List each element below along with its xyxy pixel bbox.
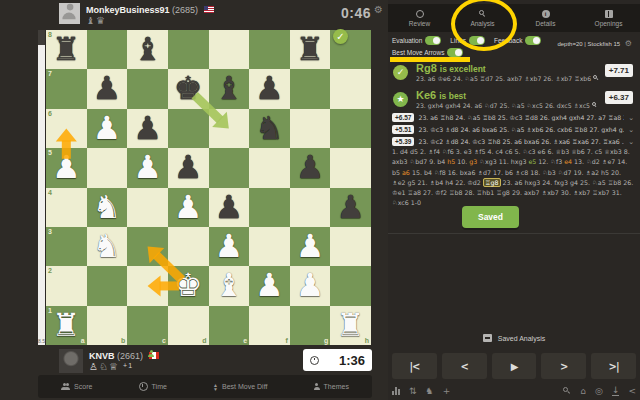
file-label: h [365,337,369,344]
square-g6[interactable] [290,109,331,148]
white-pawn[interactable]: ♟ [290,227,331,266]
square-e5[interactable] [209,148,250,187]
black-bishop[interactable]: ♝ [127,30,168,69]
file-label: c [162,337,166,344]
review-bottom-bar: Score Time ▲▼ Best Move Diff Themes [38,375,372,398]
tab-analysis[interactable]: Analysis [451,4,514,32]
online-status-icon [148,350,154,357]
next-move-button[interactable]: > [541,353,586,379]
black-pawn[interactable]: ♟ [290,148,331,187]
square-d7[interactable]: ♚ [168,69,209,108]
square-a1[interactable]: 1a♜ [46,306,87,345]
best-move-verdict: is best [439,91,466,101]
avatar-bottom-player[interactable] [59,349,83,373]
square-h6[interactable] [330,109,371,148]
square-h7[interactable] [330,69,371,108]
evaluation-bar-black [38,30,45,45]
file-label: a [81,337,85,344]
share-icon[interactable]: < [628,386,636,396]
square-e1[interactable]: e [209,306,250,345]
square-h3[interactable] [330,227,371,266]
white-pawn[interactable]: ♟ [87,109,128,148]
white-knight[interactable]: ♞ [87,188,128,227]
clock-icon [139,382,148,391]
up-down-icon: ▲▼ [213,383,218,391]
black-pawn[interactable]: ♟ [249,69,290,108]
rank-label: 5 [48,149,52,156]
white-pawn[interactable]: ♟ [168,188,209,227]
square-d8[interactable] [168,30,209,69]
square-g2[interactable]: ♟ [290,266,331,305]
feedback-toggle-label: Feedback [494,37,523,44]
square-f1[interactable]: f [249,306,290,345]
time-button[interactable]: Time [139,382,167,391]
square-d6[interactable] [168,109,209,148]
top-player-captured-pieces: ♝♛ [86,15,106,26]
file-label: b [121,337,125,344]
square-d4[interactable]: ♟ [168,188,209,227]
white-bishop[interactable]: ♝ [209,266,250,305]
people-icon [61,383,70,390]
evaluation-toggle[interactable] [425,36,441,45]
info-icon: i [542,10,550,18]
rank-label: 3 [48,228,52,235]
score-button[interactable]: Score [61,383,92,390]
square-c3[interactable] [127,227,168,266]
engine-line-3[interactable]: +5.39 23. ♔c2 ♗d8 24. ♔c3 ♖h8 25. a6 bxa… [392,136,636,147]
panel-tab-bar: Review Analysis i Details Openings [388,4,640,32]
engine-line-1-eval: +6.57 [392,113,414,122]
time-label: Time [152,383,167,390]
played-move-san: Rg8 [416,62,437,74]
saved-analysis-label: Saved Analysis [498,335,545,342]
square-h5[interactable] [330,148,371,187]
tab-review-label: Review [409,20,430,27]
captured-glyphs: ♙♘♕ [89,361,119,372]
move-navigation-bar: |< < ▶ > >| [392,353,636,379]
black-pawn[interactable]: ♟ [127,109,168,148]
best-move-arrows-toggle[interactable] [447,48,463,57]
square-h2[interactable] [330,266,371,305]
white-king[interactable]: ♚ [168,266,209,305]
bottom-player-captured-pieces: ♙♘♕ +1 [89,361,133,372]
square-g7[interactable] [290,69,331,108]
evaluation-value: 8.5 [38,338,45,344]
chess-analysis-app: 8.5 8♜♝♜7♟♚♝♟6♟♟♞5♟♟♟♟4♞♟♟♟3♞♟♟2♚♝♟♟1a♜b… [0,0,640,400]
square-c6[interactable]: ♟ [127,109,168,148]
game-move-list[interactable]: 1. d4 d5 2. ♗f4 ♘f6 3. e3 ♗f5 4. c4 c6 5… [392,147,636,201]
panel-divider [388,233,640,234]
engine-line-2-eval: +5.51 [392,125,414,134]
rank-label: 7 [48,70,52,77]
black-pawn[interactable]: ♟ [87,69,128,108]
engine-depth-label: depth=20 | Stockfish 15 ⚙ [557,39,632,48]
rank-label: 1 [48,307,52,314]
book-icon [605,10,613,18]
record-icon[interactable]: ◎ [595,386,603,396]
square-a6[interactable]: 6 [46,109,87,148]
square-e6[interactable] [209,109,250,148]
white-pawn[interactable]: ♟ [249,266,290,305]
square-a2[interactable]: 2 [46,266,87,305]
chevron-down-icon[interactable]: ⌄ [628,114,634,122]
analysis-board-icon[interactable]: ⌂ [580,386,586,396]
rank-label: 4 [48,189,52,196]
toggles-row-1: Evaluation Lines Feedback [392,36,541,45]
square-g4[interactable] [290,188,331,227]
black-rook[interactable]: ♜ [290,30,331,69]
star-icon: ★ [393,92,408,107]
ring-icon [416,10,424,18]
played-move-verdict: is excellent [440,64,486,74]
zoom-icon[interactable] [563,387,571,395]
top-player-username: MonkeyBusiness91 [86,5,170,15]
current-move[interactable]: ♖g8 [483,178,501,187]
square-a7[interactable]: 7 [46,69,87,108]
square-h4[interactable]: ♟ [330,188,371,227]
evaluation-toggle-label: Evaluation [392,37,422,44]
square-b3[interactable]: ♞ [87,227,128,266]
square-b7[interactable]: ♟ [87,69,128,108]
white-pawn[interactable]: ♟ [46,148,87,187]
score-label: Score [74,383,92,390]
square-c4[interactable] [127,188,168,227]
white-knight[interactable]: ♞ [87,227,128,266]
engine-line-2[interactable]: +5.51 23. ♔c3 ♗d8 24. a6 bxa6 25. ♘a5 ♗x… [392,124,636,135]
played-move-line: 23. a6 ♔e6 24. ♘a5 ♖d7 25. axb7 ♗xb7 26.… [416,75,591,82]
white-pawn[interactable]: ♟ [127,148,168,187]
tab-details-label: Details [536,20,556,27]
engine-line-3-moves: 23. ♔c2 ♗d8 24. ♔c3 ♖h8 25. a6 bxa6 26. … [418,138,624,145]
go-to-start-button[interactable]: |< [392,353,437,379]
played-move-eval: +7.71 [605,64,633,77]
square-g3[interactable]: ♟ [290,227,331,266]
saved-analysis-link[interactable]: Saved Analysis [388,334,640,342]
themes-button[interactable]: Themes [314,383,349,390]
top-player-name[interactable]: MonkeyBusiness91 (2685) [86,5,214,15]
go-to-end-button[interactable]: >| [591,353,636,379]
chevron-down-icon[interactable]: ⌄ [628,126,634,134]
square-f6[interactable]: ♞ [249,109,290,148]
avatar-silhouette-icon [62,4,75,19]
evaluation-bar: 8.5 [38,30,45,345]
best-move-diff-button[interactable]: ▲▼ Best Move Diff [213,383,267,391]
download-icon[interactable]: ↓ [612,385,620,396]
lines-toggle-label: Lines [450,37,466,44]
black-king[interactable]: ♚ [168,69,209,108]
square-c2[interactable] [127,266,168,305]
bottom-player-username: KNVB [89,351,115,361]
square-d5[interactable]: ♟ [168,148,209,187]
square-a3[interactable]: 3 [46,227,87,266]
magnifier-icon [479,10,487,18]
square-b8[interactable] [87,30,128,69]
square-a4[interactable]: 4 [46,188,87,227]
avatar-top-player[interactable] [59,3,80,24]
square-b5[interactable] [87,148,128,187]
engine-text: depth=20 | Stockfish 15 [557,41,620,47]
square-b2[interactable] [87,266,128,305]
square-c1[interactable]: c [127,306,168,345]
square-h1[interactable]: h♜ [330,306,371,345]
square-b4[interactable]: ♞ [87,188,128,227]
square-f3[interactable] [249,227,290,266]
black-knight[interactable]: ♞ [249,109,290,148]
feedback-toggle[interactable] [525,36,541,45]
rank-label: 6 [48,110,52,117]
magnifier-icon[interactable] [592,102,598,108]
panel-footer-icons: ⇅ ♞ + ⌂ ◎ ↓ < [392,384,636,397]
analysis-extension-panel: Review Analysis i Details Openings Evalu… [388,0,640,400]
top-player-rating: (2685) [172,5,198,15]
magnifier-icon[interactable] [593,75,599,81]
file-label: e [243,337,247,344]
excellent-move-badge thumbs-up-icon: ✓ [333,29,348,44]
white-pawn[interactable]: ♟ [290,266,331,305]
square-e3[interactable]: ♟ [209,227,250,266]
engine-line-2-moves: 23. ♔c3 ♗d8 24. a6 bxa6 25. ♘a5 ♗xb6 26.… [418,126,624,133]
black-pawn[interactable]: ♟ [168,148,209,187]
tab-review[interactable]: Review [388,4,451,32]
rank-label: 8 [48,31,52,38]
square-a5[interactable]: 5♟ [46,148,87,187]
square-d1[interactable]: d [168,306,209,345]
square-f4[interactable] [249,188,290,227]
piece-set-icon[interactable]: ♞ [426,386,434,396]
person-icon [314,383,320,390]
file-label: g [324,337,328,344]
bar-chart-icon[interactable] [392,387,400,395]
saved-button[interactable]: Saved [462,206,519,228]
previous-move-button[interactable]: < [442,353,487,379]
black-pawn[interactable]: ♟ [330,188,371,227]
square-b1[interactable]: b [87,306,128,345]
chess-board: 8♜♝♜7♟♚♝♟6♟♟♞5♟♟♟♟4♞♟♟♟3♞♟♟2♚♝♟♟1a♜bcdef… [46,30,371,345]
engine-line-1[interactable]: +6.57 23. a6 ♖h8 24. ♘a5 ♖b8 25. ♔c3 ♖d8… [392,112,636,123]
material-advantage: +1 [123,362,133,369]
best-move-san: Ke6 [416,89,436,101]
best-move-diff-label: Best Move Diff [222,383,267,390]
square-g1[interactable]: g [290,306,331,345]
best-move-line: 23. gxh4 gxh4 24. a6 ♘d7 25. ♘a5 ♘xc5 26… [416,102,590,109]
engine-line-3-eval: +5.39 [392,137,414,146]
thumbs-up-icon: ✓ [393,65,408,80]
best-move-arrows-toggle-label: Best Move Arrows [392,49,444,56]
engine-settings-gear-icon[interactable]: ⚙ [625,39,632,48]
square-a8[interactable]: 8♜ [46,30,87,69]
square-e7[interactable]: ♝ [209,69,250,108]
black-rook[interactable]: ♜ [46,30,87,69]
square-e2[interactable]: ♝ [209,266,250,305]
autoplay-button[interactable]: ▶ [492,353,537,379]
clock-icon [310,356,319,365]
lines-toggle[interactable] [469,36,485,45]
square-c7[interactable] [127,69,168,108]
square-f7[interactable]: ♟ [249,69,290,108]
archive-box-icon [483,334,492,342]
bottom-clock-time: 1:36 [339,353,365,368]
rank-label: 2 [48,267,52,274]
tab-openings-label: Openings [595,20,623,27]
chevron-down-icon[interactable]: ⌄ [628,138,634,146]
file-label: d [202,337,206,344]
themes-label: Themes [324,383,349,390]
square-g5[interactable]: ♟ [290,148,331,187]
engine-line-1-moves: 23. a6 ♖h8 24. ♘a5 ♖b8 25. ♔c3 ♖d8 26. g… [418,114,624,121]
square-d3[interactable] [168,227,209,266]
tab-details[interactable]: i Details [514,4,577,32]
white-pawn[interactable]: ♟ [209,227,250,266]
bottom-player-rating: (2661) [117,351,143,361]
feedback-row-played-move[interactable]: ✓ Rg8 is excellent 23. a6 ♔e6 24. ♘a5 ♖d… [392,62,636,88]
square-e4[interactable]: ♟ [209,188,250,227]
square-c5[interactable]: ♟ [127,148,168,187]
square-c8[interactable]: ♝ [127,30,168,69]
square-d2[interactable]: ♚ [168,266,209,305]
square-f5[interactable] [249,148,290,187]
black-bishop[interactable]: ♝ [209,69,250,108]
best-move-eval: +6.37 [605,91,633,104]
flip-board-icon[interactable]: ⇅ [409,386,417,396]
settings-gear-icon[interactable]: ⚙ [374,4,383,15]
toggles-row-2: Best Move Arrows [392,48,463,57]
square-f2[interactable]: ♟ [249,266,290,305]
us-flag-icon [204,6,214,13]
top-player-clock: 0:46 [322,5,371,21]
square-b6[interactable]: ♟ [87,109,128,148]
square-f8[interactable] [249,30,290,69]
black-pawn[interactable]: ♟ [209,188,250,227]
add-icon[interactable]: + [443,386,451,396]
square-g8[interactable]: ♜ [290,30,331,69]
bottom-player-clock: 1:36 [303,349,372,371]
tab-analysis-label: Analysis [470,20,494,27]
tab-openings[interactable]: Openings [577,4,640,32]
square-e8[interactable] [209,30,250,69]
file-label: f [285,337,287,344]
